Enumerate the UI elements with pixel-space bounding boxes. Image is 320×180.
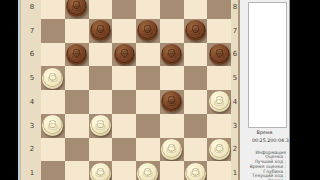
- clock-left: 00:25.2: [252, 137, 270, 143]
- move-list[interactable]: [248, 2, 287, 128]
- square-h5[interactable]: [207, 66, 231, 90]
- square-g8[interactable]: [184, 0, 208, 19]
- square-b3[interactable]: [65, 114, 89, 138]
- square-b8[interactable]: ⛂: [65, 0, 89, 19]
- piece-white-man[interactable]: ⛀: [90, 163, 111, 180]
- square-b2[interactable]: [65, 138, 89, 162]
- square-a5[interactable]: ⛀: [41, 66, 65, 90]
- square-f2[interactable]: ⛀: [160, 138, 184, 162]
- clock-right: 00:04.3: [270, 137, 288, 143]
- square-h4[interactable]: ⛀: [207, 90, 231, 114]
- piece-black-man[interactable]: ⛂: [209, 44, 230, 65]
- rank-label-left-8: 8: [27, 0, 37, 19]
- square-d2[interactable]: [112, 138, 136, 162]
- black-man-glyph: ⛂: [190, 25, 200, 37]
- square-e6[interactable]: [136, 43, 160, 67]
- white-man-glyph: ⛀: [214, 143, 224, 155]
- white-man-glyph: ⛀: [214, 96, 224, 108]
- square-e7[interactable]: ⛂: [136, 19, 160, 43]
- rank-label-left-2: 2: [27, 138, 37, 162]
- piece-black-man[interactable]: ⛂: [66, 0, 87, 17]
- square-e4[interactable]: [136, 90, 160, 114]
- piece-white-man[interactable]: ⛀: [161, 139, 182, 160]
- engine-info: ИнформацияОценка :Лучший ход :Время оцен…: [241, 150, 286, 180]
- square-a8[interactable]: [41, 0, 65, 19]
- square-d4[interactable]: [112, 90, 136, 114]
- square-b6[interactable]: ⛂: [65, 43, 89, 67]
- rank-label-left-3: 3: [27, 114, 37, 138]
- square-e3[interactable]: [136, 114, 160, 138]
- square-c4[interactable]: [89, 90, 113, 114]
- black-man-glyph: ⛂: [72, 1, 82, 13]
- square-e2[interactable]: [136, 138, 160, 162]
- square-c2[interactable]: [89, 138, 113, 162]
- white-man-glyph: ⛀: [48, 72, 58, 84]
- square-h8[interactable]: [207, 0, 231, 19]
- info-line-6: Время :: [241, 178, 286, 180]
- black-man-glyph: ⛂: [167, 96, 177, 108]
- square-h7[interactable]: [207, 19, 231, 43]
- piece-white-man[interactable]: ⛀: [209, 91, 230, 112]
- square-h2[interactable]: ⛀: [207, 138, 231, 162]
- square-g2[interactable]: [184, 138, 208, 162]
- rank-label-left-7: 7: [27, 19, 37, 43]
- piece-black-man[interactable]: ⛂: [137, 20, 158, 41]
- square-h1[interactable]: [207, 161, 231, 180]
- square-e1[interactable]: ⛀: [136, 161, 160, 180]
- square-f5[interactable]: [160, 66, 184, 90]
- square-f8[interactable]: [160, 0, 184, 19]
- square-a4[interactable]: [41, 90, 65, 114]
- square-a7[interactable]: [41, 19, 65, 43]
- square-f1[interactable]: [160, 161, 184, 180]
- clock-label: Время: [247, 129, 283, 135]
- piece-black-man[interactable]: ⛂: [185, 20, 206, 41]
- square-a6[interactable]: [41, 43, 65, 67]
- black-man-glyph: ⛂: [119, 48, 129, 60]
- square-e5[interactable]: [136, 66, 160, 90]
- rank-label-left-4: 4: [27, 90, 37, 114]
- square-c5[interactable]: [89, 66, 113, 90]
- piece-white-man[interactable]: ⛀: [137, 163, 158, 180]
- piece-white-man[interactable]: ⛀: [185, 163, 206, 180]
- white-man-glyph: ⛀: [167, 143, 177, 155]
- black-man-glyph: ⛂: [95, 25, 105, 37]
- square-g4[interactable]: [184, 90, 208, 114]
- square-g7[interactable]: ⛂: [184, 19, 208, 43]
- white-man-glyph: ⛀: [143, 167, 153, 179]
- rank-label-left-5: 5: [27, 66, 37, 90]
- board: ⛂⛂⛂⛂⛂⛂⛂⛂⛀⛂⛀⛀⛀⛀⛀⛀⛀⛀ 8877665544332211: [20, 0, 240, 180]
- white-man-glyph: ⛀: [48, 120, 58, 132]
- square-a3[interactable]: ⛀: [41, 114, 65, 138]
- square-b4[interactable]: [65, 90, 89, 114]
- square-c1[interactable]: ⛀: [89, 161, 113, 180]
- square-h3[interactable]: [207, 114, 231, 138]
- app: ⛂⛂⛂⛂⛂⛂⛂⛂⛀⛂⛀⛀⛀⛀⛀⛀⛀⛀ 8877665544332211 Врем…: [0, 0, 320, 180]
- black-man-glyph: ⛂: [167, 48, 177, 60]
- piece-black-man[interactable]: ⛂: [90, 20, 111, 41]
- square-f6[interactable]: ⛂: [160, 43, 184, 67]
- square-b5[interactable]: [65, 66, 89, 90]
- square-g1[interactable]: ⛀: [184, 161, 208, 180]
- black-man-glyph: ⛂: [143, 25, 153, 37]
- square-a1[interactable]: [41, 161, 65, 180]
- square-d8[interactable]: [112, 0, 136, 19]
- right-black-margin: [290, 0, 320, 180]
- rank-label-left-1: 1: [27, 161, 37, 180]
- side-panel: Время 00:25.2 00:04.3 ИнформацияОценка :…: [240, 0, 290, 180]
- piece-black-man[interactable]: ⛂: [66, 44, 87, 65]
- piece-white-man[interactable]: ⛀: [209, 139, 230, 160]
- white-man-glyph: ⛀: [190, 167, 200, 179]
- square-g3[interactable]: [184, 114, 208, 138]
- square-c8[interactable]: [89, 0, 113, 19]
- square-d5[interactable]: [112, 66, 136, 90]
- square-f4[interactable]: ⛂: [160, 90, 184, 114]
- square-d6[interactable]: ⛂: [112, 43, 136, 67]
- piece-black-man[interactable]: ⛂: [161, 44, 182, 65]
- white-man-glyph: ⛀: [95, 120, 105, 132]
- square-h6[interactable]: ⛂: [207, 43, 231, 67]
- piece-black-man[interactable]: ⛂: [161, 91, 182, 112]
- board-grid: ⛂⛂⛂⛂⛂⛂⛂⛂⛀⛂⛀⛀⛀⛀⛀⛀⛀⛀: [41, 0, 231, 180]
- white-man-glyph: ⛀: [95, 167, 105, 179]
- piece-white-man[interactable]: ⛀: [42, 115, 63, 136]
- square-e8[interactable]: [136, 0, 160, 19]
- black-man-glyph: ⛂: [214, 48, 224, 60]
- clocks: 00:25.2 00:04.3: [252, 137, 283, 143]
- square-d1[interactable]: [112, 161, 136, 180]
- square-d7[interactable]: [112, 19, 136, 43]
- square-g6[interactable]: [184, 43, 208, 67]
- square-c6[interactable]: [89, 43, 113, 67]
- piece-white-man[interactable]: ⛀: [42, 68, 63, 89]
- piece-white-man[interactable]: ⛀: [90, 115, 111, 136]
- square-c3[interactable]: ⛀: [89, 114, 113, 138]
- square-d3[interactable]: [112, 114, 136, 138]
- square-c7[interactable]: ⛂: [89, 19, 113, 43]
- square-g5[interactable]: [184, 66, 208, 90]
- square-b7[interactable]: [65, 19, 89, 43]
- rank-label-left-6: 6: [27, 43, 37, 67]
- piece-black-man[interactable]: ⛂: [114, 44, 135, 65]
- square-f3[interactable]: [160, 114, 184, 138]
- square-a2[interactable]: [41, 138, 65, 162]
- square-f7[interactable]: [160, 19, 184, 43]
- square-b1[interactable]: [65, 161, 89, 180]
- black-man-glyph: ⛂: [72, 48, 82, 60]
